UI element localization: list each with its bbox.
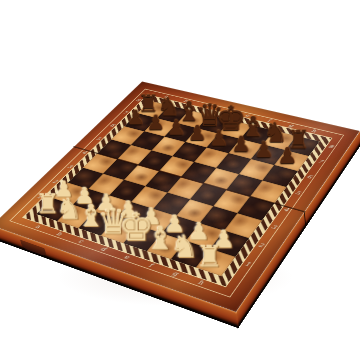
scene: abcdefgh abcdefgh 87654321 87654321 ♜♞♝♛… [0,0,360,360]
white-rook-h1[interactable]: ♜ [187,241,233,271]
folding-chess-board: abcdefgh abcdefgh 87654321 87654321 ♜♞♝♛… [0,81,360,312]
fold-seam-side [304,211,306,228]
board-top-face: abcdefgh abcdefgh 87654321 87654321 ♜♞♝♛… [0,81,360,312]
pieces-grid: ♜♞♝♛♚♝♞♜♟♟♟♟♟♟♟♟♟♟♟♟♟♟♟♟♜♞♝♛♚♝♞♜ [36,100,320,275]
black-pawn-h7[interactable]: ♟ [267,145,307,167]
product-photo-stage: abcdefgh abcdefgh 87654321 87654321 ♜♞♝♛… [0,0,360,360]
